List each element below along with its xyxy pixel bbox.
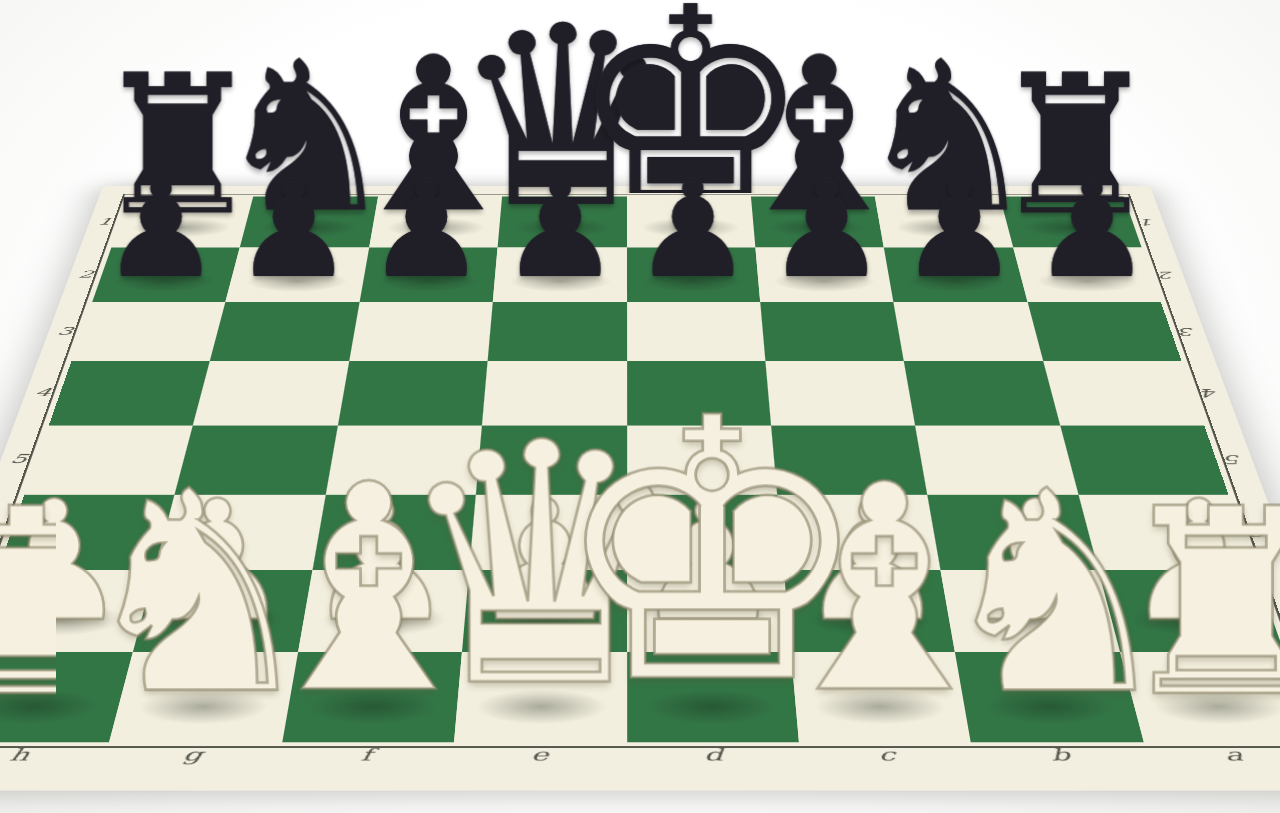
label-cell: e	[450, 742, 627, 790]
photo-background: 12345678 12345678 hgfedcba ♜♞♝♛♚♝♞♜♟♟♟♟♟…	[0, 0, 1280, 813]
square-a8[interactable]: ♜	[1120, 652, 1280, 742]
label-cell: c	[799, 742, 980, 790]
label-cell: a	[1143, 742, 1280, 790]
piece-black-pawn-a2[interactable]: ♟	[1032, 162, 1153, 297]
chess-board: 12345678 12345678 hgfedcba ♜♞♝♛♚♝♞♜♟♟♟♟♟…	[0, 186, 1280, 791]
label-cell: d	[627, 742, 804, 790]
playing-area: ♜♞♝♛♚♝♞♜♟♟♟♟♟♟♟♟♟♟♟♟♟♟♟♟♜♞♝♛♚♝♞♜	[0, 197, 1280, 743]
square-f2[interactable]: ♟	[359, 248, 497, 303]
square-g4[interactable]	[193, 361, 349, 425]
piece-black-pawn-e2[interactable]: ♟	[499, 162, 620, 297]
file-labels-bottom: hgfedcba	[0, 742, 1280, 790]
square-a2[interactable]: ♟	[1013, 248, 1161, 303]
square-g3[interactable]	[210, 302, 359, 361]
square-a4[interactable]	[1043, 361, 1204, 425]
label-cell: f	[273, 742, 454, 790]
piece-black-pawn-g2[interactable]: ♟	[233, 162, 354, 297]
square-h4[interactable]	[49, 361, 210, 425]
square-h3[interactable]	[71, 302, 225, 361]
square-c2[interactable]: ♟	[755, 248, 893, 303]
square-d2[interactable]: ♟	[627, 248, 761, 303]
rank-label-right-2: 2	[1158, 270, 1176, 280]
squares-grid: ♜♞♝♛♚♝♞♜♟♟♟♟♟♟♟♟♟♟♟♟♟♟♟♟♜♞♝♛♚♝♞♜	[0, 197, 1280, 743]
piece-black-pawn-f2[interactable]: ♟	[366, 162, 487, 297]
square-h2[interactable]: ♟	[92, 248, 240, 303]
square-e2[interactable]: ♟	[493, 248, 627, 303]
square-b2[interactable]: ♟	[884, 248, 1027, 303]
piece-black-pawn-h2[interactable]: ♟	[100, 162, 221, 297]
label-cell: g	[97, 742, 282, 790]
piece-black-pawn-b2[interactable]: ♟	[899, 162, 1020, 297]
piece-black-pawn-c2[interactable]: ♟	[766, 162, 887, 297]
square-b3[interactable]	[894, 302, 1043, 361]
piece-black-pawn-d2[interactable]: ♟	[633, 162, 754, 297]
square-g2[interactable]: ♟	[226, 248, 369, 303]
label-cell: h	[0, 742, 110, 790]
square-f3[interactable]	[349, 302, 493, 361]
rank-label-left-3: 3	[56, 326, 75, 336]
square-b4[interactable]	[904, 361, 1060, 425]
rank-label-left-2: 2	[77, 270, 95, 280]
rank-label-right-3: 3	[1178, 326, 1197, 336]
rank-label-left-4: 4	[33, 387, 52, 398]
rank-label-right-4: 4	[1200, 387, 1219, 398]
square-a3[interactable]	[1027, 302, 1181, 361]
label-cell: b	[971, 742, 1156, 790]
piece-white-rook-a8[interactable]: ♜	[1111, 476, 1280, 733]
